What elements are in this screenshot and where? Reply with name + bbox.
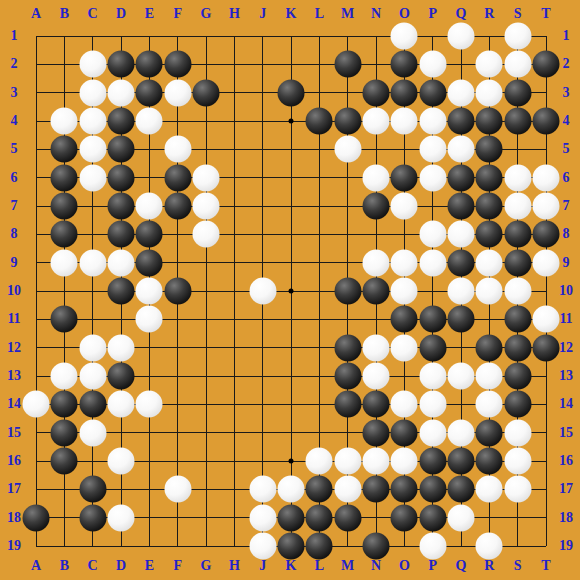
stone-white-M16 xyxy=(334,448,361,475)
stone-black-O6 xyxy=(391,164,418,191)
go-board-screenshot: AABBCCDDEEFFGGHHJJKKLLMMNNOOPPQQRRSSTT11… xyxy=(0,0,580,580)
stone-black-Q11 xyxy=(448,306,475,333)
star-point-K16 xyxy=(289,459,294,464)
stone-white-D14 xyxy=(108,391,135,418)
stone-black-M2 xyxy=(334,51,361,78)
stone-white-O12 xyxy=(391,334,418,361)
stone-black-D4 xyxy=(108,108,135,135)
stone-black-L18 xyxy=(306,504,333,531)
stone-black-K3 xyxy=(278,79,305,106)
column-label-top-C: C xyxy=(88,7,98,21)
stone-white-C3 xyxy=(79,79,106,106)
column-label-bottom-K: K xyxy=(286,559,297,573)
stone-black-D2 xyxy=(108,51,135,78)
stone-white-E4 xyxy=(136,108,163,135)
stone-black-M10 xyxy=(334,278,361,305)
stone-white-P13 xyxy=(419,363,446,390)
stone-white-C5 xyxy=(79,136,106,163)
stone-white-O10 xyxy=(391,278,418,305)
stone-white-A14 xyxy=(23,391,50,418)
stone-white-C13 xyxy=(79,363,106,390)
stone-black-M12 xyxy=(334,334,361,361)
stone-white-Q10 xyxy=(448,278,475,305)
column-label-top-G: G xyxy=(201,7,212,21)
column-label-bottom-G: G xyxy=(201,559,212,573)
stone-black-B16 xyxy=(51,448,78,475)
column-label-bottom-E: E xyxy=(145,559,154,573)
column-label-bottom-B: B xyxy=(60,559,69,573)
stone-black-F10 xyxy=(164,278,191,305)
stone-white-D16 xyxy=(108,448,135,475)
stone-black-D13 xyxy=(108,363,135,390)
stone-black-K19 xyxy=(278,533,305,560)
stone-black-S11 xyxy=(504,306,531,333)
stone-black-C14 xyxy=(79,391,106,418)
row-label-right-4: 4 xyxy=(563,114,570,128)
stone-white-J10 xyxy=(249,278,276,305)
stone-black-D10 xyxy=(108,278,135,305)
stone-white-O7 xyxy=(391,193,418,220)
stone-white-F5 xyxy=(164,136,191,163)
stone-white-Q13 xyxy=(448,363,475,390)
stone-black-T2 xyxy=(533,51,560,78)
column-label-bottom-O: O xyxy=(399,559,410,573)
stone-white-O14 xyxy=(391,391,418,418)
stone-black-K18 xyxy=(278,504,305,531)
stone-white-B13 xyxy=(51,363,78,390)
column-label-bottom-R: R xyxy=(484,559,494,573)
stone-white-S2 xyxy=(504,51,531,78)
row-label-right-6: 6 xyxy=(563,171,570,185)
column-label-bottom-A: A xyxy=(31,559,41,573)
column-label-top-O: O xyxy=(399,7,410,21)
stone-black-O15 xyxy=(391,419,418,446)
stone-black-D8 xyxy=(108,221,135,248)
row-label-right-15: 15 xyxy=(559,426,573,440)
stone-white-P15 xyxy=(419,419,446,446)
stone-white-R14 xyxy=(476,391,503,418)
column-label-bottom-L: L xyxy=(315,559,324,573)
stone-white-G8 xyxy=(193,221,220,248)
stone-black-S13 xyxy=(504,363,531,390)
stone-white-J18 xyxy=(249,504,276,531)
row-label-left-6: 6 xyxy=(11,171,18,185)
stone-white-O9 xyxy=(391,249,418,276)
row-label-left-13: 13 xyxy=(7,369,21,383)
stone-black-N7 xyxy=(363,193,390,220)
column-label-top-N: N xyxy=(371,7,381,21)
stone-white-C9 xyxy=(79,249,106,276)
stone-white-Q8 xyxy=(448,221,475,248)
stone-black-B8 xyxy=(51,221,78,248)
stone-black-Q6 xyxy=(448,164,475,191)
stone-white-N16 xyxy=(363,448,390,475)
stone-white-D9 xyxy=(108,249,135,276)
row-label-right-19: 19 xyxy=(559,539,573,553)
row-label-right-11: 11 xyxy=(559,312,572,326)
stone-white-M17 xyxy=(334,476,361,503)
stone-black-C18 xyxy=(79,504,106,531)
stone-white-R13 xyxy=(476,363,503,390)
stone-white-R19 xyxy=(476,533,503,560)
stone-white-S1 xyxy=(504,23,531,50)
column-label-bottom-T: T xyxy=(541,559,550,573)
stone-white-P8 xyxy=(419,221,446,248)
stone-black-F7 xyxy=(164,193,191,220)
stone-white-E11 xyxy=(136,306,163,333)
stone-black-R5 xyxy=(476,136,503,163)
stone-black-P3 xyxy=(419,79,446,106)
stone-white-S17 xyxy=(504,476,531,503)
stone-black-E9 xyxy=(136,249,163,276)
stone-black-F2 xyxy=(164,51,191,78)
stone-white-N12 xyxy=(363,334,390,361)
stone-black-M18 xyxy=(334,504,361,531)
stone-black-R8 xyxy=(476,221,503,248)
stone-black-S4 xyxy=(504,108,531,135)
column-label-top-L: L xyxy=(315,7,324,21)
stone-black-O2 xyxy=(391,51,418,78)
stone-white-N9 xyxy=(363,249,390,276)
stone-black-N10 xyxy=(363,278,390,305)
stone-black-O18 xyxy=(391,504,418,531)
column-label-bottom-J: J xyxy=(259,559,266,573)
stone-white-S10 xyxy=(504,278,531,305)
row-label-right-13: 13 xyxy=(559,369,573,383)
row-label-right-10: 10 xyxy=(559,284,573,298)
stone-black-L17 xyxy=(306,476,333,503)
stone-black-R4 xyxy=(476,108,503,135)
row-label-left-15: 15 xyxy=(7,426,21,440)
stone-black-R7 xyxy=(476,193,503,220)
stone-black-N15 xyxy=(363,419,390,446)
column-label-bottom-N: N xyxy=(371,559,381,573)
stone-black-Q17 xyxy=(448,476,475,503)
column-label-bottom-P: P xyxy=(428,559,437,573)
stone-black-P11 xyxy=(419,306,446,333)
stone-white-N13 xyxy=(363,363,390,390)
row-label-left-14: 14 xyxy=(7,397,21,411)
stone-black-N17 xyxy=(363,476,390,503)
stone-black-P18 xyxy=(419,504,446,531)
stone-white-C4 xyxy=(79,108,106,135)
row-label-left-19: 19 xyxy=(7,539,21,553)
row-label-right-9: 9 xyxy=(563,256,570,270)
stone-white-P14 xyxy=(419,391,446,418)
column-label-bottom-M: M xyxy=(341,559,354,573)
row-label-right-18: 18 xyxy=(559,511,573,525)
row-label-right-7: 7 xyxy=(563,199,570,213)
column-label-top-F: F xyxy=(173,7,182,21)
stone-white-C2 xyxy=(79,51,106,78)
stone-black-E2 xyxy=(136,51,163,78)
stone-black-R6 xyxy=(476,164,503,191)
stone-white-O16 xyxy=(391,448,418,475)
column-label-top-H: H xyxy=(229,7,240,21)
row-label-left-4: 4 xyxy=(11,114,18,128)
stone-black-T8 xyxy=(533,221,560,248)
row-label-right-14: 14 xyxy=(559,397,573,411)
stone-black-P16 xyxy=(419,448,446,475)
row-label-left-5: 5 xyxy=(11,142,18,156)
stone-white-S7 xyxy=(504,193,531,220)
stone-black-D7 xyxy=(108,193,135,220)
stone-white-D3 xyxy=(108,79,135,106)
stone-white-Q3 xyxy=(448,79,475,106)
stone-black-P12 xyxy=(419,334,446,361)
stone-white-C6 xyxy=(79,164,106,191)
column-label-top-D: D xyxy=(116,7,126,21)
stone-black-M4 xyxy=(334,108,361,135)
stone-white-N4 xyxy=(363,108,390,135)
stone-white-G7 xyxy=(193,193,220,220)
stone-black-E8 xyxy=(136,221,163,248)
column-label-bottom-D: D xyxy=(116,559,126,573)
stone-black-N19 xyxy=(363,533,390,560)
row-label-left-1: 1 xyxy=(11,29,18,43)
stone-white-T11 xyxy=(533,306,560,333)
stone-white-G6 xyxy=(193,164,220,191)
column-label-top-M: M xyxy=(341,7,354,21)
column-label-bottom-H: H xyxy=(229,559,240,573)
row-label-right-8: 8 xyxy=(563,227,570,241)
stone-white-P19 xyxy=(419,533,446,560)
stone-white-C15 xyxy=(79,419,106,446)
row-label-left-16: 16 xyxy=(7,454,21,468)
stone-white-P4 xyxy=(419,108,446,135)
row-label-left-2: 2 xyxy=(11,57,18,71)
stone-white-F17 xyxy=(164,476,191,503)
stone-black-Q7 xyxy=(448,193,475,220)
stone-black-Q16 xyxy=(448,448,475,475)
row-label-right-12: 12 xyxy=(559,341,573,355)
stone-black-B6 xyxy=(51,164,78,191)
stone-white-R2 xyxy=(476,51,503,78)
stone-white-F3 xyxy=(164,79,191,106)
row-label-right-2: 2 xyxy=(563,57,570,71)
column-label-top-B: B xyxy=(60,7,69,21)
stone-black-O3 xyxy=(391,79,418,106)
stone-black-N14 xyxy=(363,391,390,418)
stone-black-S14 xyxy=(504,391,531,418)
stone-black-N3 xyxy=(363,79,390,106)
stone-white-T6 xyxy=(533,164,560,191)
stone-black-M13 xyxy=(334,363,361,390)
stone-white-P2 xyxy=(419,51,446,78)
stone-white-N6 xyxy=(363,164,390,191)
stone-black-L4 xyxy=(306,108,333,135)
stone-white-S6 xyxy=(504,164,531,191)
stone-white-R3 xyxy=(476,79,503,106)
column-label-top-R: R xyxy=(484,7,494,21)
stone-white-E14 xyxy=(136,391,163,418)
stone-white-J19 xyxy=(249,533,276,560)
stone-white-C12 xyxy=(79,334,106,361)
stone-white-P9 xyxy=(419,249,446,276)
stone-white-O1 xyxy=(391,23,418,50)
stone-white-Q5 xyxy=(448,136,475,163)
row-label-right-16: 16 xyxy=(559,454,573,468)
stone-white-J17 xyxy=(249,476,276,503)
row-label-left-17: 17 xyxy=(7,482,21,496)
column-label-top-S: S xyxy=(514,7,522,21)
stone-black-B15 xyxy=(51,419,78,446)
row-label-left-7: 7 xyxy=(11,199,18,213)
stone-white-M5 xyxy=(334,136,361,163)
stone-black-P17 xyxy=(419,476,446,503)
row-label-left-8: 8 xyxy=(11,227,18,241)
row-label-left-12: 12 xyxy=(7,341,21,355)
row-label-right-3: 3 xyxy=(563,86,570,100)
stone-black-M14 xyxy=(334,391,361,418)
column-label-top-P: P xyxy=(428,7,437,21)
column-label-bottom-F: F xyxy=(173,559,182,573)
stone-white-P5 xyxy=(419,136,446,163)
stone-white-S16 xyxy=(504,448,531,475)
row-label-right-5: 5 xyxy=(563,142,570,156)
stone-black-B5 xyxy=(51,136,78,163)
star-point-K4 xyxy=(289,119,294,124)
stone-white-E7 xyxy=(136,193,163,220)
stone-black-Q9 xyxy=(448,249,475,276)
stone-white-B9 xyxy=(51,249,78,276)
stone-white-T9 xyxy=(533,249,560,276)
stone-white-O4 xyxy=(391,108,418,135)
column-label-top-Q: Q xyxy=(456,7,467,21)
row-label-left-18: 18 xyxy=(7,511,21,525)
stone-white-R17 xyxy=(476,476,503,503)
stone-black-C17 xyxy=(79,476,106,503)
row-label-left-3: 3 xyxy=(11,86,18,100)
stone-black-S12 xyxy=(504,334,531,361)
stone-black-R16 xyxy=(476,448,503,475)
stone-black-O11 xyxy=(391,306,418,333)
stone-white-Q18 xyxy=(448,504,475,531)
stone-black-O17 xyxy=(391,476,418,503)
stone-black-G3 xyxy=(193,79,220,106)
stone-white-Q15 xyxy=(448,419,475,446)
stone-black-A18 xyxy=(23,504,50,531)
stone-black-B14 xyxy=(51,391,78,418)
stone-white-T7 xyxy=(533,193,560,220)
stone-black-E3 xyxy=(136,79,163,106)
stone-white-D12 xyxy=(108,334,135,361)
stone-white-E10 xyxy=(136,278,163,305)
stone-white-K17 xyxy=(278,476,305,503)
stone-black-B11 xyxy=(51,306,78,333)
row-label-right-1: 1 xyxy=(563,29,570,43)
stone-black-D6 xyxy=(108,164,135,191)
row-label-left-9: 9 xyxy=(11,256,18,270)
stone-black-B7 xyxy=(51,193,78,220)
star-point-K10 xyxy=(289,289,294,294)
stone-white-D18 xyxy=(108,504,135,531)
stone-black-T4 xyxy=(533,108,560,135)
row-label-left-10: 10 xyxy=(7,284,21,298)
stone-white-S15 xyxy=(504,419,531,446)
column-label-bottom-C: C xyxy=(88,559,98,573)
stone-white-Q1 xyxy=(448,23,475,50)
column-label-top-J: J xyxy=(259,7,266,21)
stone-black-T12 xyxy=(533,334,560,361)
column-label-bottom-Q: Q xyxy=(456,559,467,573)
column-label-top-K: K xyxy=(286,7,297,21)
stone-black-L19 xyxy=(306,533,333,560)
stone-white-R10 xyxy=(476,278,503,305)
stone-white-P6 xyxy=(419,164,446,191)
stone-white-B4 xyxy=(51,108,78,135)
stone-black-R12 xyxy=(476,334,503,361)
stone-black-S9 xyxy=(504,249,531,276)
column-label-top-A: A xyxy=(31,7,41,21)
stone-black-S8 xyxy=(504,221,531,248)
stone-black-R15 xyxy=(476,419,503,446)
stone-white-R9 xyxy=(476,249,503,276)
column-label-top-T: T xyxy=(541,7,550,21)
row-label-right-17: 17 xyxy=(559,482,573,496)
stone-black-F6 xyxy=(164,164,191,191)
stone-black-D5 xyxy=(108,136,135,163)
stone-black-Q4 xyxy=(448,108,475,135)
column-label-bottom-S: S xyxy=(514,559,522,573)
row-label-left-11: 11 xyxy=(7,312,20,326)
stone-white-L16 xyxy=(306,448,333,475)
column-label-top-E: E xyxy=(145,7,154,21)
stone-black-S3 xyxy=(504,79,531,106)
